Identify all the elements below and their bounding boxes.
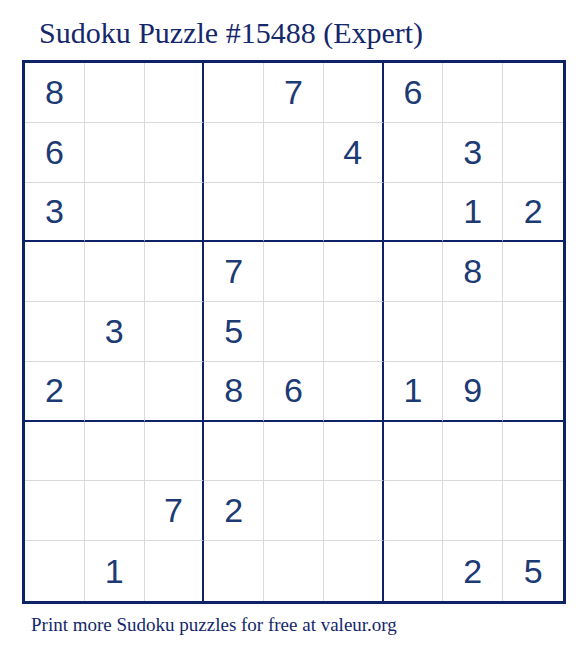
cell-r7c8	[443, 422, 503, 482]
cell-r1c8	[443, 63, 503, 123]
cell-r5c4: 5	[204, 302, 264, 362]
cell-r7c7	[384, 422, 444, 482]
cell-r4c6	[324, 242, 384, 302]
cell-r1c3	[145, 63, 205, 123]
sudoku-page: Sudoku Puzzle #15488 (Expert) 8766433127…	[0, 0, 580, 651]
cell-r7c3	[145, 422, 205, 482]
cell-r5c5	[264, 302, 324, 362]
cell-r3c3	[145, 183, 205, 243]
cell-r6c2	[85, 362, 145, 422]
cell-r5c7	[384, 302, 444, 362]
cell-r5c2: 3	[85, 302, 145, 362]
cell-r3c5	[264, 183, 324, 243]
cell-r2c1: 6	[25, 123, 85, 183]
cell-r8c2	[85, 481, 145, 541]
cell-r1c7: 6	[384, 63, 444, 123]
cell-r6c4: 8	[204, 362, 264, 422]
cell-r3c1: 3	[25, 183, 85, 243]
cell-r1c9	[503, 63, 563, 123]
cell-r8c7	[384, 481, 444, 541]
cell-r4c7	[384, 242, 444, 302]
cell-r2c2	[85, 123, 145, 183]
cell-r6c3	[145, 362, 205, 422]
cell-r3c2	[85, 183, 145, 243]
cell-r3c8: 1	[443, 183, 503, 243]
cell-r4c4: 7	[204, 242, 264, 302]
cell-r2c8: 3	[443, 123, 503, 183]
cell-r2c9	[503, 123, 563, 183]
cell-r9c3	[145, 541, 205, 601]
cell-r7c2	[85, 422, 145, 482]
cell-r2c3	[145, 123, 205, 183]
cell-r9c5	[264, 541, 324, 601]
cell-r5c8	[443, 302, 503, 362]
cell-r7c6	[324, 422, 384, 482]
cell-r4c3	[145, 242, 205, 302]
cell-r5c3	[145, 302, 205, 362]
cell-r8c8	[443, 481, 503, 541]
cell-r1c1: 8	[25, 63, 85, 123]
cell-r6c1: 2	[25, 362, 85, 422]
cell-r6c7: 1	[384, 362, 444, 422]
cell-r5c9	[503, 302, 563, 362]
cell-r4c2	[85, 242, 145, 302]
cell-r1c6	[324, 63, 384, 123]
cell-r4c5	[264, 242, 324, 302]
cell-r3c4	[204, 183, 264, 243]
cell-r7c1	[25, 422, 85, 482]
cell-r9c9: 5	[503, 541, 563, 601]
page-title: Sudoku Puzzle #15488 (Expert)	[39, 16, 423, 49]
cell-r3c9: 2	[503, 183, 563, 243]
cell-r3c6	[324, 183, 384, 243]
cell-r2c7	[384, 123, 444, 183]
cell-r3c7	[384, 183, 444, 243]
footer-text: Print more Sudoku puzzles for free at va…	[31, 614, 397, 636]
cell-r8c5	[264, 481, 324, 541]
cell-r9c2: 1	[85, 541, 145, 601]
cell-r8c9	[503, 481, 563, 541]
cell-r8c4: 2	[204, 481, 264, 541]
cell-r9c6	[324, 541, 384, 601]
cell-r5c1	[25, 302, 85, 362]
cell-r9c8: 2	[443, 541, 503, 601]
cell-r2c6: 4	[324, 123, 384, 183]
cell-r4c8: 8	[443, 242, 503, 302]
cell-r6c9	[503, 362, 563, 422]
sudoku-board: 87664331278352861972125	[22, 60, 566, 604]
cell-r1c2	[85, 63, 145, 123]
cell-r1c5: 7	[264, 63, 324, 123]
cell-r8c1	[25, 481, 85, 541]
cell-r7c4	[204, 422, 264, 482]
cell-r7c9	[503, 422, 563, 482]
cell-r4c9	[503, 242, 563, 302]
cell-r1c4	[204, 63, 264, 123]
cell-r9c7	[384, 541, 444, 601]
cell-r8c3: 7	[145, 481, 205, 541]
cell-r7c5	[264, 422, 324, 482]
cell-r9c1	[25, 541, 85, 601]
cell-r4c1	[25, 242, 85, 302]
cell-r6c6	[324, 362, 384, 422]
cell-r6c8: 9	[443, 362, 503, 422]
cell-r2c5	[264, 123, 324, 183]
cell-r5c6	[324, 302, 384, 362]
cell-r2c4	[204, 123, 264, 183]
cell-r8c6	[324, 481, 384, 541]
cell-r9c4	[204, 541, 264, 601]
cell-r6c5: 6	[264, 362, 324, 422]
